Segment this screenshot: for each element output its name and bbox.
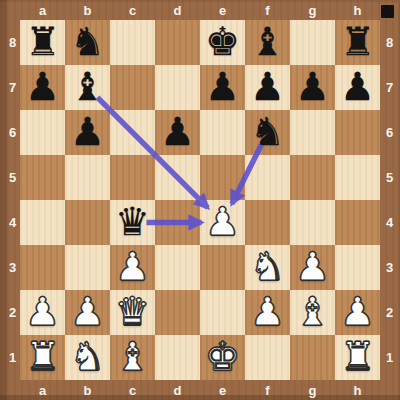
white-knight-b1[interactable]: ♞	[70, 334, 105, 379]
square-d1[interactable]	[155, 335, 200, 380]
black-pawn-d6[interactable]: ♟	[160, 109, 195, 154]
square-g4[interactable]	[290, 200, 335, 245]
file-label-g: g	[290, 380, 335, 400]
file-labels-top: abcdefgh	[20, 0, 380, 20]
rank-labels-right: 87654321	[380, 20, 400, 380]
square-a6[interactable]	[20, 110, 65, 155]
square-b4[interactable]	[65, 200, 110, 245]
square-b3[interactable]	[65, 245, 110, 290]
rank-label-1: 1	[380, 335, 400, 380]
black-pawn-a7[interactable]: ♟	[25, 64, 60, 109]
white-pawn-b2[interactable]: ♟	[70, 289, 105, 334]
square-f6[interactable]: ♞	[245, 110, 290, 155]
white-pawn-e4[interactable]: ♟	[205, 199, 240, 244]
square-h4[interactable]	[335, 200, 380, 245]
square-e3[interactable]	[200, 245, 245, 290]
white-queen-c2[interactable]: ♛	[115, 289, 150, 334]
rank-label-2: 2	[380, 290, 400, 335]
square-f5[interactable]	[245, 155, 290, 200]
rank-labels-left: 87654321	[0, 20, 20, 380]
square-g1[interactable]	[290, 335, 335, 380]
chess-board: ♜♞♚♝♜♟♝♟♟♟♟♟♟♞♛♟♟♞♟♟♟♛♟♝♟♜♞♝♚♜	[20, 20, 380, 380]
white-bishop-g2[interactable]: ♝	[295, 289, 330, 334]
file-label-b: b	[65, 380, 110, 400]
rank-label-6: 6	[380, 110, 400, 155]
rank-label-8: 8	[0, 20, 20, 65]
square-c4[interactable]: ♛	[110, 200, 155, 245]
square-f7[interactable]: ♟	[245, 65, 290, 110]
square-g6[interactable]	[290, 110, 335, 155]
white-pawn-c3[interactable]: ♟	[115, 244, 150, 289]
rank-label-2: 2	[0, 290, 20, 335]
white-knight-f3[interactable]: ♞	[250, 244, 285, 289]
file-label-e: e	[200, 0, 245, 20]
square-g5[interactable]	[290, 155, 335, 200]
rank-label-6: 6	[0, 110, 20, 155]
square-c5[interactable]	[110, 155, 155, 200]
chess-board-frame: abcdefgh abcdefgh 87654321 87654321 ♜♞♚♝…	[0, 0, 400, 400]
square-g8[interactable]	[290, 20, 335, 65]
black-queen-c4[interactable]: ♛	[115, 199, 150, 244]
white-rook-h1[interactable]: ♜	[340, 334, 375, 379]
square-f8[interactable]: ♝	[245, 20, 290, 65]
square-d8[interactable]	[155, 20, 200, 65]
square-b5[interactable]	[65, 155, 110, 200]
file-label-d: d	[155, 0, 200, 20]
square-c2[interactable]: ♛	[110, 290, 155, 335]
square-a5[interactable]	[20, 155, 65, 200]
square-a1[interactable]: ♜	[20, 335, 65, 380]
black-to-move-indicator	[381, 5, 394, 18]
white-bishop-c1[interactable]: ♝	[115, 334, 150, 379]
file-labels-bottom: abcdefgh	[20, 380, 380, 400]
square-g7[interactable]: ♟	[290, 65, 335, 110]
file-label-e: e	[200, 380, 245, 400]
file-label-f: f	[245, 0, 290, 20]
square-d3[interactable]	[155, 245, 200, 290]
rank-label-7: 7	[380, 65, 400, 110]
black-rook-a8[interactable]: ♜	[25, 19, 60, 64]
black-bishop-b7[interactable]: ♝	[70, 64, 105, 109]
file-label-a: a	[20, 0, 65, 20]
square-d2[interactable]	[155, 290, 200, 335]
square-h8[interactable]: ♜	[335, 20, 380, 65]
file-label-c: c	[110, 380, 155, 400]
square-f2[interactable]: ♟	[245, 290, 290, 335]
square-a7[interactable]: ♟	[20, 65, 65, 110]
square-h5[interactable]	[335, 155, 380, 200]
square-d4[interactable]	[155, 200, 200, 245]
square-e6[interactable]	[200, 110, 245, 155]
square-d5[interactable]	[155, 155, 200, 200]
square-a3[interactable]	[20, 245, 65, 290]
square-f3[interactable]: ♞	[245, 245, 290, 290]
square-e5[interactable]	[200, 155, 245, 200]
white-pawn-g3[interactable]: ♟	[295, 244, 330, 289]
file-label-h: h	[335, 380, 380, 400]
rank-label-3: 3	[380, 245, 400, 290]
rank-label-4: 4	[0, 200, 20, 245]
file-label-c: c	[110, 0, 155, 20]
square-d7[interactable]	[155, 65, 200, 110]
black-king-e8[interactable]: ♚	[205, 19, 240, 64]
black-pawn-f7[interactable]: ♟	[250, 64, 285, 109]
black-pawn-e7[interactable]: ♟	[205, 64, 240, 109]
white-pawn-f2[interactable]: ♟	[250, 289, 285, 334]
square-h2[interactable]: ♟	[335, 290, 380, 335]
file-label-f: f	[245, 380, 290, 400]
square-h7[interactable]: ♟	[335, 65, 380, 110]
square-a4[interactable]	[20, 200, 65, 245]
rank-label-7: 7	[0, 65, 20, 110]
square-e4[interactable]: ♟	[200, 200, 245, 245]
black-pawn-b6[interactable]: ♟	[70, 109, 105, 154]
white-king-e1[interactable]: ♚	[205, 334, 240, 379]
square-b1[interactable]: ♞	[65, 335, 110, 380]
square-b2[interactable]: ♟	[65, 290, 110, 335]
file-label-d: d	[155, 380, 200, 400]
square-h3[interactable]	[335, 245, 380, 290]
square-c7[interactable]	[110, 65, 155, 110]
white-pawn-h2[interactable]: ♟	[340, 289, 375, 334]
square-c6[interactable]	[110, 110, 155, 155]
square-g2[interactable]: ♝	[290, 290, 335, 335]
rank-label-8: 8	[380, 20, 400, 65]
square-c8[interactable]	[110, 20, 155, 65]
square-b7[interactable]: ♝	[65, 65, 110, 110]
black-pawn-g7[interactable]: ♟	[295, 64, 330, 109]
square-h1[interactable]: ♜	[335, 335, 380, 380]
square-h6[interactable]	[335, 110, 380, 155]
square-a8[interactable]: ♜	[20, 20, 65, 65]
square-e2[interactable]	[200, 290, 245, 335]
rank-label-4: 4	[380, 200, 400, 245]
file-label-g: g	[290, 0, 335, 20]
file-label-b: b	[65, 0, 110, 20]
white-rook-a1[interactable]: ♜	[25, 334, 60, 379]
square-b6[interactable]: ♟	[65, 110, 110, 155]
rank-label-5: 5	[380, 155, 400, 200]
black-bishop-f8[interactable]: ♝	[250, 19, 285, 64]
square-b8[interactable]: ♞	[65, 20, 110, 65]
square-f4[interactable]	[245, 200, 290, 245]
square-g3[interactable]: ♟	[290, 245, 335, 290]
rank-label-5: 5	[0, 155, 20, 200]
file-label-a: a	[20, 380, 65, 400]
black-rook-h8[interactable]: ♜	[340, 19, 375, 64]
square-d6[interactable]: ♟	[155, 110, 200, 155]
square-e1[interactable]: ♚	[200, 335, 245, 380]
white-pawn-a2[interactable]: ♟	[25, 289, 60, 334]
file-label-h: h	[335, 0, 380, 20]
square-c3[interactable]: ♟	[110, 245, 155, 290]
rank-label-3: 3	[0, 245, 20, 290]
black-knight-b8[interactable]: ♞	[70, 19, 105, 64]
rank-label-1: 1	[0, 335, 20, 380]
square-e7[interactable]: ♟	[200, 65, 245, 110]
black-pawn-h7[interactable]: ♟	[340, 64, 375, 109]
black-knight-f6[interactable]: ♞	[250, 109, 285, 154]
square-e8[interactable]: ♚	[200, 20, 245, 65]
square-c1[interactable]: ♝	[110, 335, 155, 380]
square-a2[interactable]: ♟	[20, 290, 65, 335]
square-f1[interactable]	[245, 335, 290, 380]
